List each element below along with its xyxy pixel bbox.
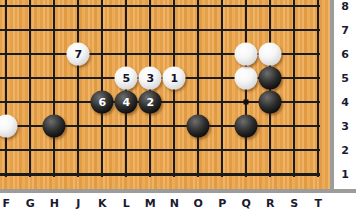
row-label-8: 8 — [341, 0, 349, 13]
row-label-2: 2 — [341, 144, 349, 157]
column-label-P: P — [218, 197, 226, 210]
grid-line-row-2 — [0, 149, 320, 151]
column-label-O: O — [194, 197, 203, 210]
column-label-N: N — [170, 197, 179, 210]
white-stone-J6[interactable]: 7 — [67, 43, 90, 66]
black-stone-H3[interactable] — [43, 115, 66, 138]
black-stone-L4[interactable]: 4 — [115, 91, 138, 114]
column-label-K: K — [98, 197, 107, 210]
row-label-6: 6 — [341, 48, 349, 61]
row-label-1: 1 — [341, 168, 349, 181]
row-label-3: 3 — [341, 120, 349, 133]
black-stone-M4[interactable]: 2 — [139, 91, 162, 114]
grid-line-row-1 — [0, 173, 320, 176]
white-stone-Q6[interactable] — [235, 43, 258, 66]
white-stone-N5[interactable]: 1 — [163, 67, 186, 90]
column-label-T: T — [315, 197, 323, 210]
white-stone-L5[interactable]: 5 — [115, 67, 138, 90]
column-label-M: M — [145, 197, 156, 210]
black-stone-R5[interactable] — [259, 67, 282, 90]
white-stone-M5[interactable]: 3 — [139, 67, 162, 90]
column-label-G: G — [26, 197, 35, 210]
white-stone-F3[interactable] — [0, 115, 18, 138]
black-stone-K4[interactable]: 6 — [91, 91, 114, 114]
white-stone-R6[interactable] — [259, 43, 282, 66]
column-label-H: H — [50, 197, 59, 210]
star-point-Q4 — [244, 100, 249, 105]
grid-line-row-8 — [0, 5, 320, 7]
row-label-7: 7 — [341, 24, 349, 37]
black-stone-Q3[interactable] — [235, 115, 258, 138]
go-board-screen: 7531642 87654321 FGHJKLMNOPQRST — [0, 0, 356, 212]
goban[interactable]: 7531642 — [0, 0, 330, 189]
column-label-Q: Q — [242, 197, 251, 210]
column-label-L: L — [123, 197, 130, 210]
row-label-4: 4 — [341, 96, 349, 109]
column-label-J: J — [76, 197, 80, 210]
column-label-F: F — [3, 197, 11, 210]
row-label-5: 5 — [341, 72, 349, 85]
black-stone-R4[interactable] — [259, 91, 282, 114]
column-label-R: R — [266, 197, 274, 210]
column-label-S: S — [290, 197, 298, 210]
black-stone-O3[interactable] — [187, 115, 210, 138]
grid-line-row-7 — [0, 29, 320, 31]
column-coordinate-gutter: FGHJKLMNOPQRST — [0, 193, 356, 212]
white-stone-Q5[interactable] — [235, 67, 258, 90]
row-coordinate-gutter: 87654321 — [334, 0, 356, 189]
